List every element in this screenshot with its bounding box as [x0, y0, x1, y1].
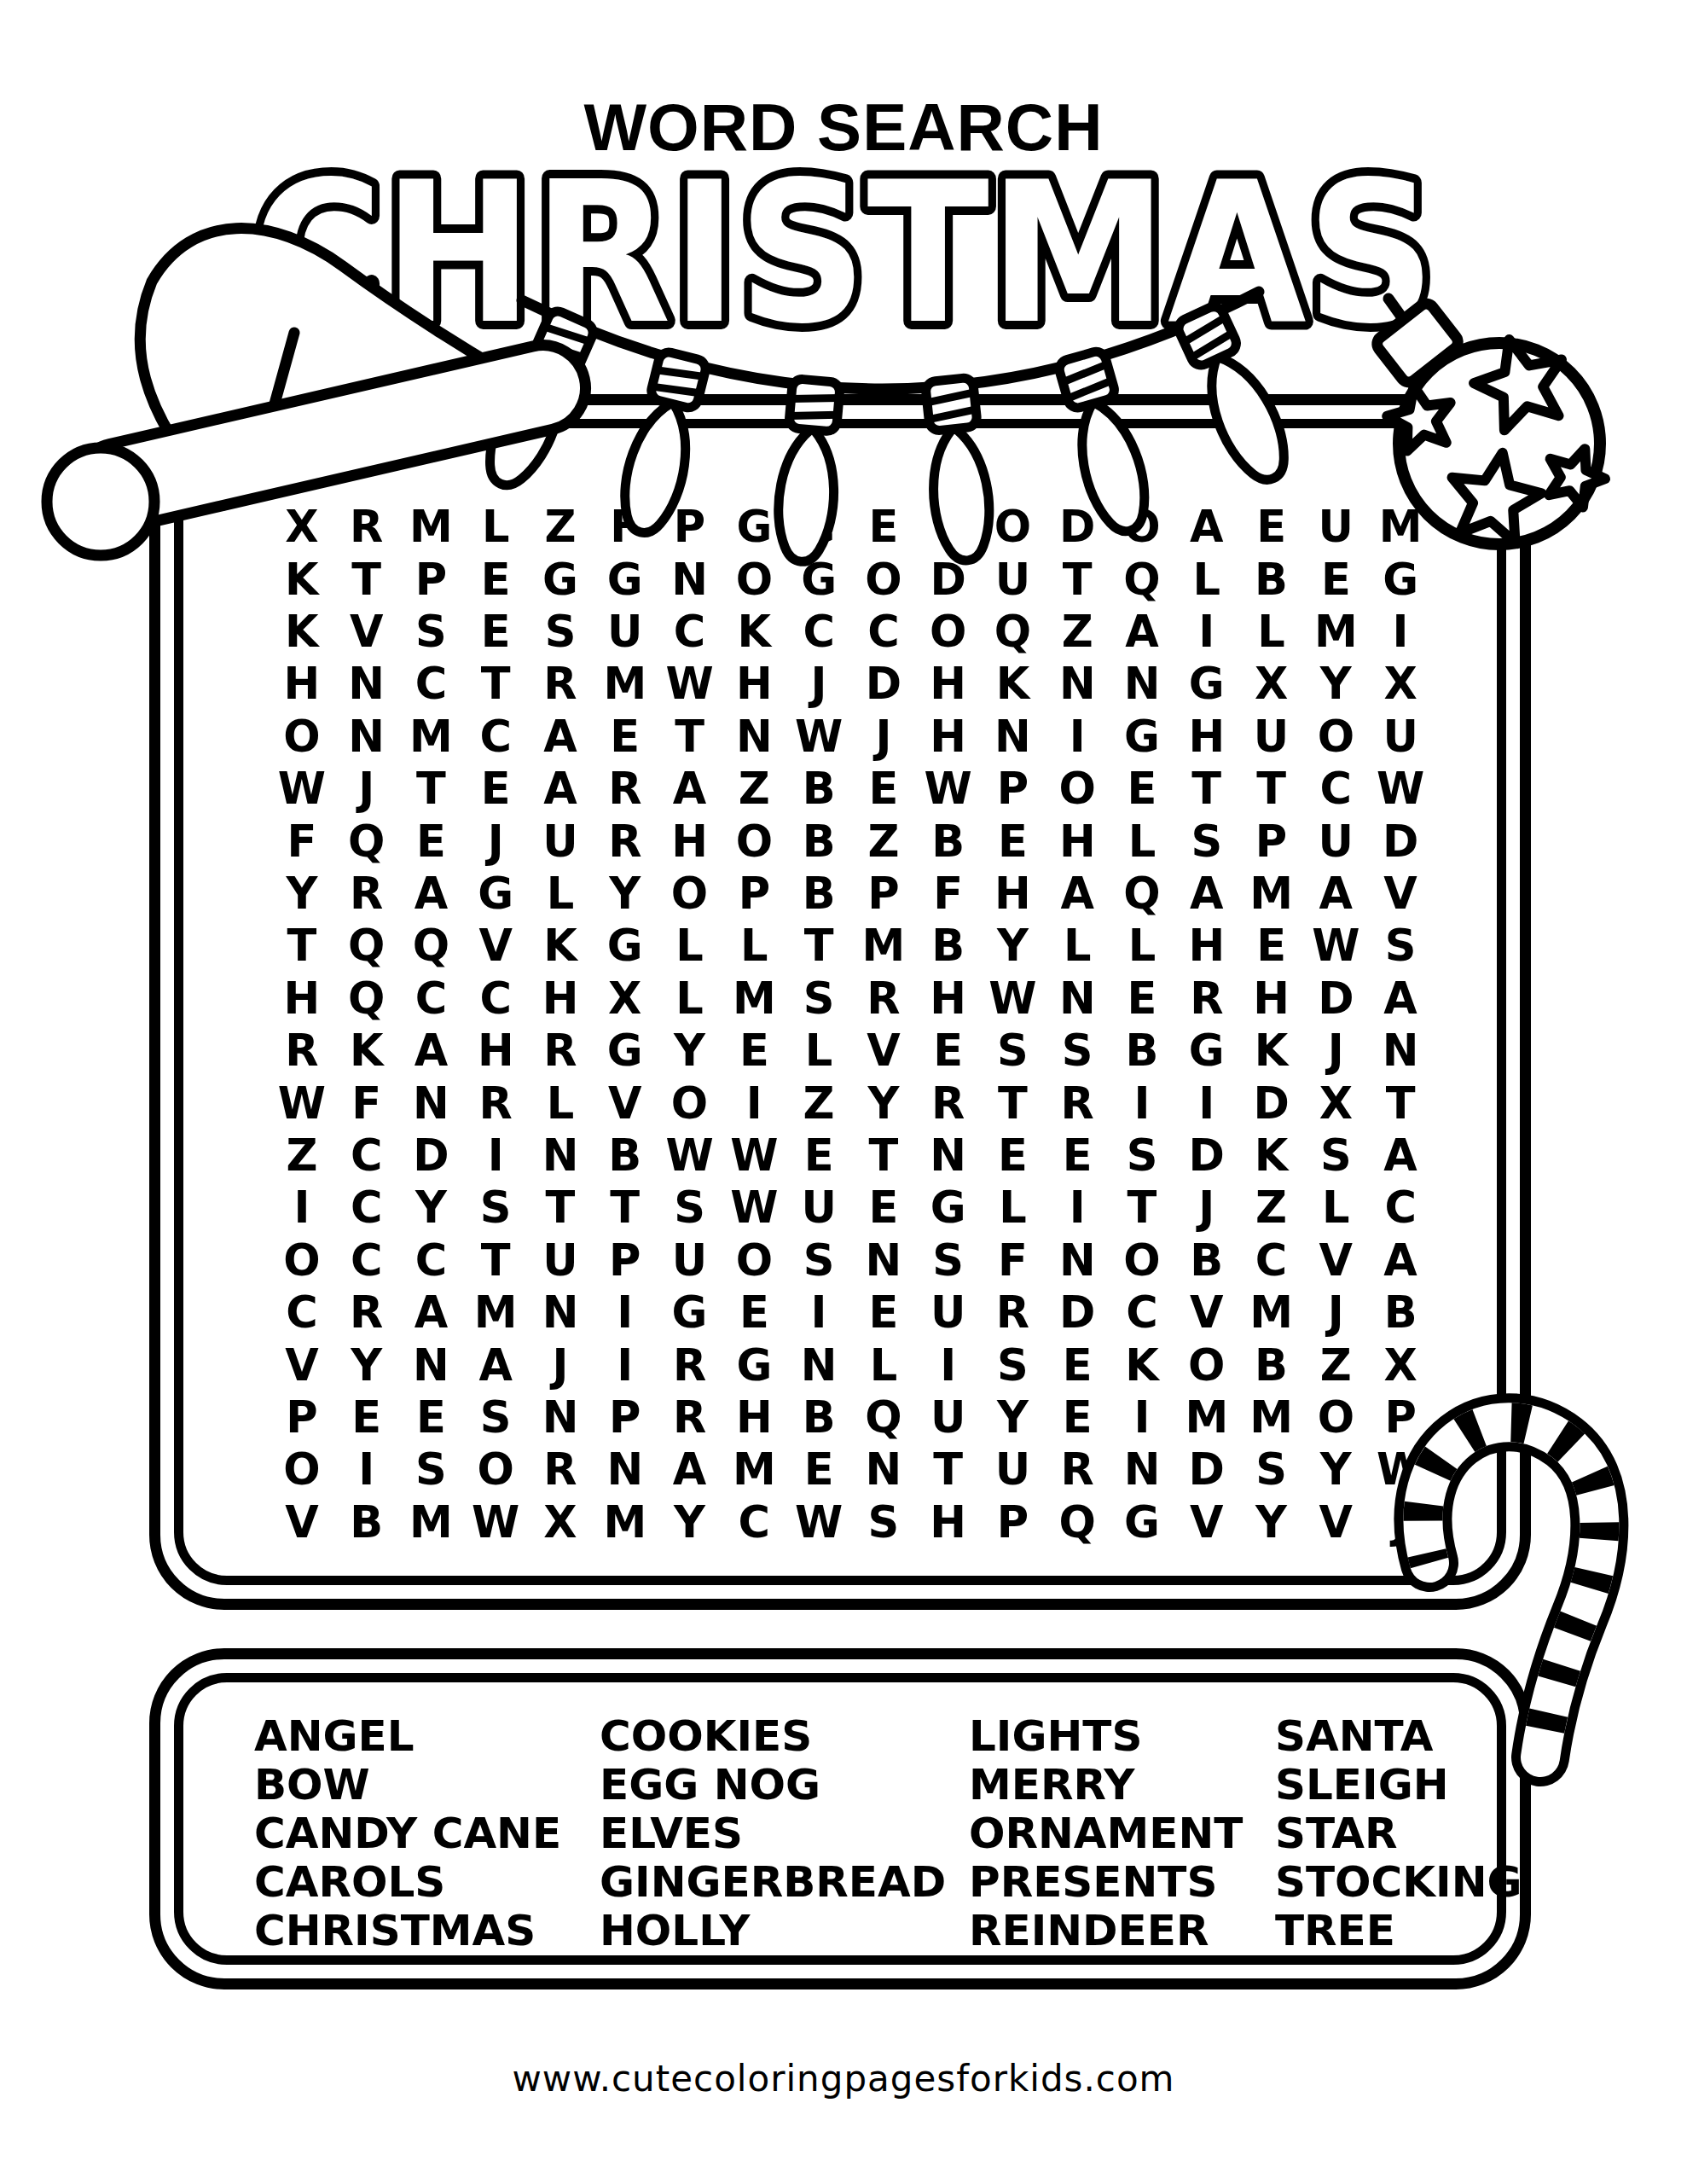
grid-cell: U [658, 1234, 722, 1287]
grid-cell: S [1174, 815, 1239, 867]
grid-cell: W [658, 658, 722, 710]
grid-cell: I [1045, 1182, 1110, 1234]
grid-cell: L [1239, 606, 1304, 658]
grid-cell: A [463, 1339, 528, 1391]
grid-cell: N [916, 1130, 981, 1182]
grid-cell: R [334, 1287, 399, 1339]
grid-cell: I [722, 1077, 786, 1129]
grid-cell: W [270, 763, 334, 815]
grid-cell: L [528, 1077, 593, 1129]
grid-cell: N [528, 1391, 593, 1443]
grid-cell: J [1368, 1496, 1433, 1548]
grid-cell: X [270, 501, 334, 553]
grid-cell: G [1368, 553, 1433, 605]
grid-cell: A [1368, 973, 1433, 1025]
grid-cell: C [1303, 763, 1368, 815]
grid-cell: O [916, 606, 981, 658]
grid-cell: M [1239, 1287, 1304, 1339]
word-list-item: ORNAMENT [969, 1809, 1243, 1858]
grid-cell: E [593, 711, 658, 763]
grid-cell: E [851, 1287, 916, 1339]
grid-cell: Y [658, 1025, 722, 1077]
grid-cell: N [334, 658, 399, 710]
grid-cell: A [658, 1443, 722, 1496]
grid-cell: I [463, 1130, 528, 1182]
grid-cell: E [1110, 763, 1174, 815]
grid-cell: B [786, 815, 851, 867]
grid-cell: A [528, 711, 593, 763]
word-list-item: PRESENTS [969, 1858, 1243, 1907]
grid-cell: V [1174, 1287, 1239, 1339]
grid-cell: W [981, 973, 1046, 1025]
grid-cell: X [1368, 658, 1433, 710]
grid-cell: A [1174, 868, 1239, 920]
grid-cell: K [334, 1025, 399, 1077]
grid-cell: W [786, 711, 851, 763]
grid-cell: T [463, 1234, 528, 1287]
grid-cell: N [1110, 1443, 1174, 1496]
grid-cell: E [851, 501, 916, 553]
grid-cell: K [528, 920, 593, 972]
grid-cell: M [399, 711, 464, 763]
grid-cell: I [334, 1443, 399, 1496]
grid-cell: E [334, 1391, 399, 1443]
grid-cell: F [270, 815, 334, 867]
grid-cell: Z [1239, 1182, 1304, 1234]
grid-cell: M [1368, 501, 1433, 553]
grid-cell: K [981, 658, 1046, 710]
grid-cell: M [1303, 606, 1368, 658]
grid-cell: L [981, 1182, 1046, 1234]
grid-cell: H [916, 973, 981, 1025]
grid-cell: E [399, 1391, 464, 1443]
grid-cell: R [1045, 1077, 1110, 1129]
grid-cell: Y [981, 920, 1046, 972]
grid-cell: T [851, 1130, 916, 1182]
grid-cell: P [270, 1391, 334, 1443]
grid-cell: R [658, 1391, 722, 1443]
grid-cell: Z [851, 815, 916, 867]
word-list-panel: ANGELBOWCANDY CANECAROLSCHRISTMAS COOKIE… [149, 1648, 1531, 1989]
grid-cell: S [786, 973, 851, 1025]
grid-cell: I [1110, 1391, 1174, 1443]
grid-cell: F [981, 1234, 1046, 1287]
grid-cell: G [1174, 1025, 1239, 1077]
grid-cell: U [916, 1287, 981, 1339]
grid-cell: Z [528, 501, 593, 553]
grid-cell: E [1045, 1391, 1110, 1443]
grid-cell: F [334, 1077, 399, 1129]
word-list-column-1: ANGELBOWCANDY CANECAROLSCHRISTMAS [254, 1712, 561, 1955]
grid-cell: O [1174, 1339, 1239, 1391]
grid-cell: A [399, 1287, 464, 1339]
grid-cell: M [722, 973, 786, 1025]
grid-cell: Z [1045, 606, 1110, 658]
grid-cell: M [399, 501, 464, 553]
grid-cell: C [463, 711, 528, 763]
grid-cell: H [916, 658, 981, 710]
grid-cell: G [658, 1287, 722, 1339]
grid-cell: U [981, 553, 1046, 605]
grid-cell: Y [593, 868, 658, 920]
grid-cell: O [1303, 1391, 1368, 1443]
grid-cell: I [593, 1339, 658, 1391]
grid-cell: V [334, 606, 399, 658]
grid-cell: T [463, 658, 528, 710]
footer-url: www.cutecoloringpagesforkids.com [0, 2058, 1687, 2100]
grid-cell: W [1368, 1443, 1433, 1496]
grid-cell: C [463, 973, 528, 1025]
grid-cell: D [851, 658, 916, 710]
grid-cell: C [334, 1234, 399, 1287]
grid-cell: B [786, 868, 851, 920]
grid-cell: D [399, 1130, 464, 1182]
grid-cell: H [463, 1025, 528, 1077]
grid-cell: T [1110, 1182, 1174, 1234]
grid-cell: R [334, 501, 399, 553]
grid-cell: H [722, 658, 786, 710]
grid-cell: L [1045, 920, 1110, 972]
grid-cell: Y [658, 1496, 722, 1548]
grid-cell: O [1110, 1234, 1174, 1287]
grid-cell: V [593, 1077, 658, 1129]
grid-cell: M [1239, 868, 1304, 920]
grid-cell: E [1045, 1339, 1110, 1391]
grid-cell: L [1303, 1182, 1368, 1234]
grid-cell: U [593, 606, 658, 658]
word-list-item: LIGHTS [969, 1712, 1243, 1761]
grid-cell: T [399, 763, 464, 815]
word-list-item: SLEIGH [1275, 1761, 1522, 1809]
grid-cell: O [658, 1077, 722, 1129]
grid-cell: T [1174, 763, 1239, 815]
grid-cell: T [334, 553, 399, 605]
grid-cell: N [399, 1339, 464, 1391]
grid-cell: U [786, 1182, 851, 1234]
grid-cell: O [851, 553, 916, 605]
grid-cell: C [1110, 1287, 1174, 1339]
grid-cell: V [1303, 1496, 1368, 1548]
grid-cell: H [1045, 815, 1110, 867]
grid-cell: N [528, 1287, 593, 1339]
grid-cell: C [334, 1130, 399, 1182]
grid-cell: E [786, 1130, 851, 1182]
grid-cell: W [786, 1496, 851, 1548]
grid-cell: C [658, 606, 722, 658]
grid-cell: T [1368, 1077, 1433, 1129]
grid-cell: H [1174, 920, 1239, 972]
grid-cell: Y [1239, 1496, 1304, 1548]
grid-cell: E [722, 1025, 786, 1077]
grid-cell: T [1239, 763, 1304, 815]
grid-cell: C [270, 1287, 334, 1339]
grid-cell: X [528, 1496, 593, 1548]
grid-cell: E [786, 1443, 851, 1496]
grid-cell: P [658, 501, 722, 553]
grid-cell: K [1239, 1130, 1304, 1182]
letter-grid: XRMLZFPGCEIODOAEUMKTPEGGNOGODUTQLBEGKVSE… [270, 501, 1433, 1548]
grid-cell: R [981, 1287, 1046, 1339]
grid-cell: D [1045, 501, 1110, 553]
grid-cell: Y [399, 1182, 464, 1234]
grid-cell: J [851, 711, 916, 763]
grid-cell: S [1045, 1025, 1110, 1077]
grid-cell: S [916, 1234, 981, 1287]
grid-cell: J [1303, 1287, 1368, 1339]
grid-cell: W [658, 1130, 722, 1182]
grid-cell: E [981, 815, 1046, 867]
grid-cell: P [722, 868, 786, 920]
grid-cell: O [1110, 501, 1174, 553]
grid-cell: V [851, 1025, 916, 1077]
grid-cell: H [1174, 711, 1239, 763]
grid-cell: M [593, 1496, 658, 1548]
grid-cell: V [270, 1496, 334, 1548]
grid-cell: R [593, 763, 658, 815]
grid-cell: P [593, 1234, 658, 1287]
grid-cell: E [399, 815, 464, 867]
grid-cell: J [528, 1339, 593, 1391]
grid-cell: C [786, 501, 851, 553]
grid-cell: D [916, 553, 981, 605]
grid-cell: O [658, 868, 722, 920]
grid-cell: I [1110, 1077, 1174, 1129]
grid-cell: Q [851, 1391, 916, 1443]
grid-cell: Q [1045, 1496, 1110, 1548]
grid-cell: W [1303, 920, 1368, 972]
grid-cell: E [463, 606, 528, 658]
grid-cell: A [399, 868, 464, 920]
grid-cell: H [916, 711, 981, 763]
grid-cell: Q [334, 973, 399, 1025]
grid-cell: I [593, 1287, 658, 1339]
grid-cell: H [658, 815, 722, 867]
grid-cell: N [399, 1077, 464, 1129]
grid-cell: U [981, 1443, 1046, 1496]
grid-cell: C [722, 1496, 786, 1548]
word-list-item: BOW [254, 1761, 561, 1809]
grid-cell: U [1303, 501, 1368, 553]
heading-text: CHRISTMAS [252, 140, 1435, 365]
grid-cell: N [786, 1339, 851, 1391]
grid-cell: X [1303, 1077, 1368, 1129]
grid-cell: H [528, 973, 593, 1025]
grid-cell: C [786, 606, 851, 658]
grid-cell: L [463, 501, 528, 553]
grid-cell: M [851, 920, 916, 972]
grid-cell: L [658, 920, 722, 972]
grid-cell: G [722, 501, 786, 553]
grid-cell: B [1110, 1025, 1174, 1077]
grid-cell: E [851, 1182, 916, 1234]
grid-cell: W [722, 1130, 786, 1182]
grid-cell: S [981, 1025, 1046, 1077]
grid-cell: S [463, 1182, 528, 1234]
grid-cell: Z [722, 763, 786, 815]
grid-cell: Y [981, 1391, 1046, 1443]
grid-cell: Y [334, 1339, 399, 1391]
grid-cell: P [981, 763, 1046, 815]
grid-cell: B [786, 763, 851, 815]
grid-cell: U [528, 815, 593, 867]
grid-cell: D [1368, 815, 1433, 867]
grid-cell: M [399, 1496, 464, 1548]
grid-cell: S [1239, 1443, 1304, 1496]
grid-cell: H [270, 658, 334, 710]
grid-cell: D [1174, 1443, 1239, 1496]
grid-cell: Y [1303, 658, 1368, 710]
grid-cell: B [593, 1130, 658, 1182]
grid-cell: H [270, 973, 334, 1025]
grid-cell: A [1110, 606, 1174, 658]
grid-cell: I [1368, 606, 1433, 658]
grid-cell: D [1239, 1077, 1304, 1129]
grid-cell: Z [270, 1130, 334, 1182]
grid-cell: A [1045, 868, 1110, 920]
grid-cell: L [528, 868, 593, 920]
grid-cell: B [1239, 1339, 1304, 1391]
grid-cell: B [916, 920, 981, 972]
grid-cell: N [1045, 658, 1110, 710]
grid-cell: S [851, 1496, 916, 1548]
grid-cell: T [593, 1182, 658, 1234]
grid-cell: S [528, 606, 593, 658]
grid-cell: B [786, 1391, 851, 1443]
word-list-item: STOCKING [1275, 1858, 1522, 1907]
grid-cell: O [270, 711, 334, 763]
grid-cell: O [722, 553, 786, 605]
grid-cell: O [1045, 763, 1110, 815]
grid-cell: E [463, 763, 528, 815]
grid-cell: N [1045, 1234, 1110, 1287]
grid-cell: A [1368, 1130, 1433, 1182]
grid-cell: V [463, 920, 528, 972]
grid-cell: E [851, 763, 916, 815]
grid-cell: E [463, 553, 528, 605]
grid-cell: C [1368, 1182, 1433, 1234]
grid-cell: M [463, 1287, 528, 1339]
grid-cell: P [593, 1391, 658, 1443]
grid-cell: R [1045, 1443, 1110, 1496]
word-list-item: MERRY [969, 1761, 1243, 1809]
grid-cell: R [334, 868, 399, 920]
grid-cell: W [270, 1077, 334, 1129]
grid-cell: G [1110, 1496, 1174, 1548]
word-list-column-4: SANTASLEIGHSTARSTOCKINGTREE [1275, 1712, 1522, 1955]
word-list-column-2: COOKIESEGG NOGELVESGINGERBREADHOLLY [600, 1712, 946, 1955]
grid-cell: G [463, 868, 528, 920]
grid-cell: Z [1303, 1339, 1368, 1391]
grid-cell: C [399, 658, 464, 710]
grid-cell: I [916, 501, 981, 553]
grid-cell: X [593, 973, 658, 1025]
grid-cell: S [1303, 1130, 1368, 1182]
grid-cell: B [1239, 553, 1304, 605]
grid-cell: I [1174, 606, 1239, 658]
grid-cell: K [1239, 1025, 1304, 1077]
star-icon [1539, 439, 1613, 511]
grid-cell: A [1303, 868, 1368, 920]
grid-cell: C [399, 1234, 464, 1287]
grid-cell: C [851, 606, 916, 658]
grid-cell: O [722, 815, 786, 867]
grid-cell: H [981, 868, 1046, 920]
grid-cell: K [1110, 1339, 1174, 1391]
grid-cell: X [1239, 658, 1304, 710]
grid-cell: B [334, 1496, 399, 1548]
word-list-item: ANGEL [254, 1712, 561, 1761]
grid-cell: N [334, 711, 399, 763]
grid-cell: R [528, 658, 593, 710]
grid-cell: S [1368, 920, 1433, 972]
word-list-item: EGG NOG [600, 1761, 946, 1809]
grid-cell: G [1110, 711, 1174, 763]
grid-cell: W [916, 763, 981, 815]
grid-cell: N [1110, 658, 1174, 710]
grid-cell: R [528, 1443, 593, 1496]
grid-cell: R [658, 1339, 722, 1391]
grid-cell: J [1174, 1182, 1239, 1234]
grid-cell: W [1368, 763, 1433, 815]
grid-cell: N [1368, 1025, 1433, 1077]
grid-cell: L [658, 973, 722, 1025]
grid-cell: L [1110, 920, 1174, 972]
grid-cell: U [1239, 711, 1304, 763]
grid-cell: M [722, 1443, 786, 1496]
grid-cell: H [722, 1391, 786, 1443]
grid-cell: N [593, 1443, 658, 1496]
grid-cell: R [593, 815, 658, 867]
grid-cell: N [851, 1443, 916, 1496]
grid-cell: G [593, 553, 658, 605]
grid-cell: L [851, 1339, 916, 1391]
grid-cell: L [1110, 815, 1174, 867]
grid-cell: Q [334, 920, 399, 972]
grid-cell: R [1174, 973, 1239, 1025]
grid-cell: N [981, 711, 1046, 763]
grid-cell: V [1174, 1496, 1239, 1548]
grid-cell: G [528, 553, 593, 605]
grid-cell: S [463, 1391, 528, 1443]
grid-cell: E [722, 1287, 786, 1339]
grid-cell: O [463, 1443, 528, 1496]
grid-cell: L [722, 920, 786, 972]
heading-bubble-text: CHRISTMAS [238, 126, 1449, 365]
grid-cell: T [786, 920, 851, 972]
word-list-item: STAR [1275, 1809, 1522, 1858]
grid-cell: G [593, 920, 658, 972]
grid-cell: C [334, 1182, 399, 1234]
grid-cell: C [399, 973, 464, 1025]
grid-cell: F [916, 868, 981, 920]
grid-cell: V [1368, 868, 1433, 920]
word-list-item: GINGERBREAD [600, 1858, 946, 1907]
grid-cell: P [981, 1496, 1046, 1548]
grid-cell: S [786, 1234, 851, 1287]
grid-cell: Q [334, 815, 399, 867]
grid-cell: R [916, 1077, 981, 1129]
grid-cell: S [1110, 1130, 1174, 1182]
word-list-item: COOKIES [600, 1712, 946, 1761]
grid-cell: B [1174, 1234, 1239, 1287]
grid-cell: D [1174, 1130, 1239, 1182]
grid-cell: E [1045, 1130, 1110, 1182]
grid-cell: K [722, 606, 786, 658]
grid-cell: V [1303, 1234, 1368, 1287]
grid-cell: A [528, 763, 593, 815]
grid-cell: U [916, 1391, 981, 1443]
grid-cell: I [916, 1339, 981, 1391]
